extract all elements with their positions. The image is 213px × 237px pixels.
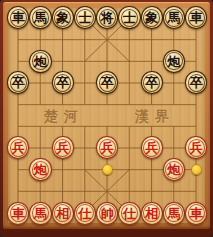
board-grid: 車馬象士将士象馬車炮炮卒卒卒卒卒兵兵兵兵兵炮炮車馬相仕帥仕相馬車 bbox=[7, 7, 207, 224]
board-point[interactable] bbox=[74, 181, 96, 203]
board-point[interactable] bbox=[52, 29, 74, 51]
board-point[interactable] bbox=[118, 115, 140, 137]
board-point[interactable] bbox=[52, 94, 74, 116]
board-point[interactable] bbox=[29, 115, 51, 137]
piece-glyph: 兵 bbox=[56, 137, 69, 158]
board-point[interactable] bbox=[185, 115, 207, 137]
board-point[interactable] bbox=[118, 94, 140, 116]
board-point[interactable] bbox=[74, 94, 96, 116]
piece-glyph: 象 bbox=[56, 7, 69, 28]
board-point[interactable] bbox=[163, 115, 185, 137]
piece-glyph: 兵 bbox=[12, 137, 25, 158]
piece-black-chariot[interactable]: 車 bbox=[7, 6, 29, 29]
piece-red-elephant[interactable]: 相 bbox=[141, 202, 163, 225]
board-point[interactable] bbox=[29, 94, 51, 116]
board-point[interactable]: 車 bbox=[7, 7, 29, 29]
piece-red-general[interactable]: 帥 bbox=[96, 202, 118, 225]
board-point[interactable] bbox=[74, 72, 96, 94]
piece-glyph: 卒 bbox=[56, 72, 69, 93]
piece-glyph: 炮 bbox=[34, 159, 47, 180]
board-point[interactable]: 兵 bbox=[185, 137, 207, 159]
piece-red-horse[interactable]: 馬 bbox=[29, 202, 51, 225]
piece-glyph: 兵 bbox=[190, 137, 203, 158]
piece-red-horse[interactable]: 馬 bbox=[163, 202, 185, 225]
piece-glyph: 将 bbox=[101, 7, 114, 28]
board-point[interactable]: 象 bbox=[52, 7, 74, 29]
board-point[interactable]: 卒 bbox=[96, 72, 118, 94]
board-point[interactable]: 卒 bbox=[185, 72, 207, 94]
piece-glyph: 車 bbox=[12, 7, 25, 28]
board-point[interactable] bbox=[185, 181, 207, 203]
board-point[interactable]: 炮 bbox=[29, 159, 51, 181]
board-point[interactable]: 仕 bbox=[74, 202, 96, 224]
board-point[interactable] bbox=[185, 50, 207, 72]
board-point[interactable]: 兵 bbox=[7, 137, 29, 159]
board-point[interactable] bbox=[74, 115, 96, 137]
piece-red-elephant[interactable]: 相 bbox=[52, 202, 74, 225]
piece-red-cannon[interactable]: 炮 bbox=[163, 158, 185, 181]
board-point[interactable]: 馬 bbox=[29, 7, 51, 29]
board-point[interactable] bbox=[29, 137, 51, 159]
board-point[interactable] bbox=[52, 159, 74, 181]
board-point[interactable] bbox=[96, 181, 118, 203]
board-point[interactable] bbox=[74, 29, 96, 51]
piece-glyph: 炮 bbox=[167, 159, 180, 180]
piece-black-soldier[interactable]: 卒 bbox=[96, 71, 118, 94]
board-point[interactable]: 炮 bbox=[163, 159, 185, 181]
piece-black-soldier[interactable]: 卒 bbox=[185, 71, 207, 94]
board-point[interactable] bbox=[7, 115, 29, 137]
board-point[interactable] bbox=[7, 29, 29, 51]
piece-glyph: 炮 bbox=[34, 51, 47, 72]
board-point[interactable]: 炮 bbox=[29, 50, 51, 72]
board-point[interactable] bbox=[163, 72, 185, 94]
board-point[interactable]: 相 bbox=[141, 202, 163, 224]
board-point[interactable] bbox=[163, 29, 185, 51]
board-point[interactable] bbox=[163, 181, 185, 203]
board-point[interactable] bbox=[52, 115, 74, 137]
piece-black-chariot[interactable]: 車 bbox=[185, 6, 207, 29]
board-point[interactable]: 相 bbox=[52, 202, 74, 224]
board-point[interactable] bbox=[29, 72, 51, 94]
piece-glyph: 馬 bbox=[167, 203, 180, 224]
piece-red-cannon[interactable]: 炮 bbox=[29, 158, 51, 181]
piece-glyph: 炮 bbox=[167, 51, 180, 72]
piece-black-general[interactable]: 将 bbox=[96, 6, 118, 29]
piece-black-soldier[interactable]: 卒 bbox=[7, 71, 29, 94]
board-point[interactable]: 将 bbox=[96, 7, 118, 29]
piece-red-soldier[interactable]: 兵 bbox=[7, 136, 29, 159]
board-point[interactable] bbox=[163, 137, 185, 159]
board-point[interactable] bbox=[52, 50, 74, 72]
move-hint-dot[interactable] bbox=[102, 164, 113, 175]
xiangqi-app: 楚河 漢界 車馬象士将士象馬車炮炮卒卒卒卒卒兵兵兵兵兵炮炮車馬相仕帥仕相馬車 bbox=[0, 0, 213, 237]
piece-black-advisor[interactable]: 士 bbox=[74, 6, 96, 29]
board-point[interactable]: 馬 bbox=[29, 202, 51, 224]
board-point[interactable]: 象 bbox=[141, 7, 163, 29]
board-point[interactable]: 車 bbox=[185, 202, 207, 224]
piece-red-soldier[interactable]: 兵 bbox=[185, 136, 207, 159]
piece-red-chariot[interactable]: 車 bbox=[185, 202, 207, 225]
piece-black-cannon[interactable]: 炮 bbox=[163, 50, 185, 73]
board-point[interactable] bbox=[96, 94, 118, 116]
board-point[interactable]: 帥 bbox=[96, 202, 118, 224]
board-point[interactable] bbox=[141, 115, 163, 137]
piece-black-soldier[interactable]: 卒 bbox=[141, 71, 163, 94]
board-point[interactable] bbox=[141, 29, 163, 51]
piece-glyph: 車 bbox=[190, 203, 203, 224]
piece-black-elephant[interactable]: 象 bbox=[52, 6, 74, 29]
board-point[interactable] bbox=[185, 29, 207, 51]
board-point[interactable]: 卒 bbox=[52, 72, 74, 94]
board-point[interactable] bbox=[141, 159, 163, 181]
board-point[interactable]: 兵 bbox=[141, 137, 163, 159]
piece-glyph: 士 bbox=[78, 7, 91, 28]
board-point[interactable]: 炮 bbox=[163, 50, 185, 72]
piece-glyph: 卒 bbox=[190, 72, 203, 93]
board-point[interactable] bbox=[7, 50, 29, 72]
board-point[interactable] bbox=[96, 50, 118, 72]
board-point[interactable] bbox=[96, 115, 118, 137]
piece-black-horse[interactable]: 馬 bbox=[163, 6, 185, 29]
board-point[interactable] bbox=[118, 29, 140, 51]
piece-glyph: 馬 bbox=[34, 7, 47, 28]
board-point[interactable] bbox=[141, 181, 163, 203]
board-point[interactable] bbox=[52, 181, 74, 203]
board-point[interactable] bbox=[185, 94, 207, 116]
board-point[interactable] bbox=[29, 29, 51, 51]
piece-glyph: 象 bbox=[145, 7, 158, 28]
board-point[interactable]: 車 bbox=[7, 202, 29, 224]
board-point[interactable] bbox=[141, 50, 163, 72]
piece-black-elephant[interactable]: 象 bbox=[141, 6, 163, 29]
piece-red-soldier[interactable]: 兵 bbox=[141, 136, 163, 159]
piece-black-advisor[interactable]: 士 bbox=[118, 6, 140, 29]
piece-red-soldier[interactable]: 兵 bbox=[52, 136, 74, 159]
board-point[interactable]: 卒 bbox=[7, 72, 29, 94]
board-point[interactable] bbox=[74, 137, 96, 159]
board-point[interactable]: 卒 bbox=[141, 72, 163, 94]
piece-red-advisor[interactable]: 仕 bbox=[118, 202, 140, 225]
piece-black-horse[interactable]: 馬 bbox=[29, 6, 51, 29]
board-point[interactable]: 仕 bbox=[118, 202, 140, 224]
piece-glyph: 帥 bbox=[101, 203, 114, 224]
piece-glyph: 相 bbox=[145, 203, 158, 224]
board-point[interactable] bbox=[163, 94, 185, 116]
piece-glyph: 兵 bbox=[101, 137, 114, 158]
piece-glyph: 馬 bbox=[167, 7, 180, 28]
board-point[interactable] bbox=[118, 50, 140, 72]
piece-glyph: 仕 bbox=[123, 203, 136, 224]
board-point[interactable] bbox=[29, 181, 51, 203]
piece-glyph: 卒 bbox=[12, 72, 25, 93]
board-point[interactable] bbox=[185, 159, 207, 181]
piece-glyph: 相 bbox=[56, 203, 69, 224]
board-point[interactable]: 士 bbox=[118, 7, 140, 29]
piece-glyph: 仕 bbox=[78, 203, 91, 224]
xiangqi-board: 楚河 漢界 車馬象士将士象馬車炮炮卒卒卒卒卒兵兵兵兵兵炮炮車馬相仕帥仕相馬車 bbox=[8, 8, 205, 223]
board-point[interactable]: 馬 bbox=[163, 202, 185, 224]
board-point[interactable] bbox=[7, 94, 29, 116]
piece-glyph: 卒 bbox=[101, 72, 114, 93]
board-point[interactable] bbox=[74, 50, 96, 72]
board-point[interactable] bbox=[118, 159, 140, 181]
board-point[interactable] bbox=[7, 181, 29, 203]
piece-black-cannon[interactable]: 炮 bbox=[29, 50, 51, 73]
board-outer-frame: 楚河 漢界 車馬象士将士象馬車炮炮卒卒卒卒卒兵兵兵兵兵炮炮車馬相仕帥仕相馬車 bbox=[0, 0, 213, 237]
board-point[interactable]: 兵 bbox=[52, 137, 74, 159]
piece-red-advisor[interactable]: 仕 bbox=[74, 202, 96, 225]
board-point[interactable] bbox=[141, 94, 163, 116]
piece-black-soldier[interactable]: 卒 bbox=[52, 71, 74, 94]
piece-glyph: 車 bbox=[190, 7, 203, 28]
board-point[interactable] bbox=[118, 181, 140, 203]
move-hint-dot[interactable] bbox=[191, 164, 202, 175]
board-point[interactable] bbox=[7, 159, 29, 181]
board-point[interactable] bbox=[118, 72, 140, 94]
board-point[interactable]: 馬 bbox=[163, 7, 185, 29]
piece-glyph: 卒 bbox=[145, 72, 158, 93]
piece-glyph: 車 bbox=[12, 203, 25, 224]
board-point[interactable]: 士 bbox=[74, 7, 96, 29]
piece-red-chariot[interactable]: 車 bbox=[7, 202, 29, 225]
board-point[interactable] bbox=[118, 137, 140, 159]
board-point[interactable] bbox=[96, 159, 118, 181]
board-point[interactable]: 車 bbox=[185, 7, 207, 29]
board-point[interactable] bbox=[74, 159, 96, 181]
board-point[interactable]: 兵 bbox=[96, 137, 118, 159]
board-point[interactable] bbox=[96, 29, 118, 51]
piece-red-soldier[interactable]: 兵 bbox=[96, 136, 118, 159]
piece-glyph: 馬 bbox=[34, 203, 47, 224]
piece-glyph: 士 bbox=[123, 7, 136, 28]
piece-glyph: 兵 bbox=[145, 137, 158, 158]
